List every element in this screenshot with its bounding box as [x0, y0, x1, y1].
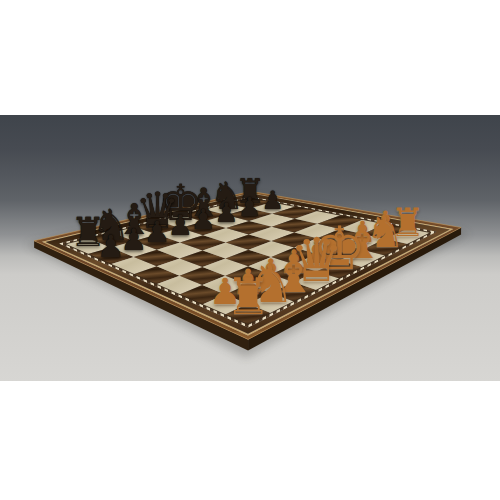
auction-photo-page: ♜♞♝♛♚♝♞♜♟♟♟♟♟♟♟♟♟♟♟♟♟♟♟♟♜♞♝♛♚♝♞♜	[0, 0, 500, 500]
letterbox-bottom	[0, 381, 500, 500]
